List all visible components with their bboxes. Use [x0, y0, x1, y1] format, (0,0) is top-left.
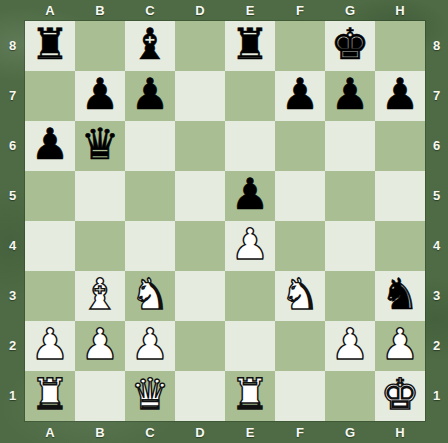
square-e2[interactable]: [225, 321, 275, 371]
square-d1[interactable]: [175, 371, 225, 421]
file-label-top-b: B: [75, 2, 125, 20]
rank-label-left-7: 7: [0, 71, 25, 121]
piece-white-pawn[interactable]: ♟: [81, 319, 120, 369]
piece-black-pawn[interactable]: ♟: [281, 69, 320, 119]
rank-label-left-2: 2: [0, 321, 25, 371]
rank-label-left-1: 1: [0, 371, 25, 421]
piece-white-pawn[interactable]: ♟: [331, 319, 370, 369]
piece-white-knight[interactable]: ♞: [281, 269, 320, 319]
square-a5[interactable]: [25, 171, 75, 221]
square-a4[interactable]: [25, 221, 75, 271]
square-d6[interactable]: [175, 121, 225, 171]
square-e8[interactable]: ♜: [225, 21, 275, 71]
piece-black-pawn[interactable]: ♟: [231, 169, 270, 219]
square-h2[interactable]: ♟: [375, 321, 425, 371]
file-label-top-f: F: [275, 2, 325, 20]
piece-black-pawn[interactable]: ♟: [331, 69, 370, 119]
piece-white-rook[interactable]: ♜: [231, 369, 270, 419]
file-label-top-h: H: [375, 2, 425, 20]
file-label-top-e: E: [225, 2, 275, 20]
piece-white-queen[interactable]: ♛: [131, 369, 170, 419]
file-label-bottom-e: E: [225, 424, 275, 442]
rank-label-left-4: 4: [0, 221, 25, 271]
square-c8[interactable]: ♝: [125, 21, 175, 71]
square-g6[interactable]: [325, 121, 375, 171]
file-label-bottom-a: A: [25, 424, 75, 442]
piece-black-bishop[interactable]: ♝: [131, 19, 170, 69]
piece-black-queen[interactable]: ♛: [81, 119, 120, 169]
piece-white-rook[interactable]: ♜: [31, 369, 70, 419]
piece-white-king[interactable]: ♚: [381, 369, 420, 419]
square-d5[interactable]: [175, 171, 225, 221]
square-f7[interactable]: ♟: [275, 71, 325, 121]
rank-label-left-5: 5: [0, 171, 25, 221]
rank-label-right-7: 7: [425, 71, 448, 121]
piece-white-pawn[interactable]: ♟: [31, 319, 70, 369]
square-f1[interactable]: [275, 371, 325, 421]
square-b3[interactable]: ♝: [75, 271, 125, 321]
rank-label-left-3: 3: [0, 271, 25, 321]
square-a3[interactable]: [25, 271, 75, 321]
square-a7[interactable]: [25, 71, 75, 121]
square-b8[interactable]: [75, 21, 125, 71]
board-frame: ♜♝♜♚♟♟♟♟♟♟♛♟♟♝♞♞♞♟♟♟♟♟♜♛♜♚ AABBCCDDEEFFG…: [0, 0, 448, 443]
chess-board: ♜♝♜♚♟♟♟♟♟♟♛♟♟♝♞♞♞♟♟♟♟♟♜♛♜♚: [25, 21, 425, 421]
file-label-bottom-g: G: [325, 424, 375, 442]
square-e5[interactable]: ♟: [225, 171, 275, 221]
square-h5[interactable]: [375, 171, 425, 221]
square-g3[interactable]: [325, 271, 375, 321]
square-g4[interactable]: [325, 221, 375, 271]
piece-white-bishop[interactable]: ♝: [81, 269, 120, 319]
square-d4[interactable]: [175, 221, 225, 271]
square-e6[interactable]: [225, 121, 275, 171]
square-h3[interactable]: ♞: [375, 271, 425, 321]
piece-black-pawn[interactable]: ♟: [381, 69, 420, 119]
square-d2[interactable]: [175, 321, 225, 371]
square-h8[interactable]: [375, 21, 425, 71]
file-label-top-d: D: [175, 2, 225, 20]
rank-label-right-8: 8: [425, 21, 448, 71]
square-b1[interactable]: [75, 371, 125, 421]
square-c3[interactable]: ♞: [125, 271, 175, 321]
square-c2[interactable]: ♟: [125, 321, 175, 371]
square-d8[interactable]: [175, 21, 225, 71]
square-g1[interactable]: [325, 371, 375, 421]
rank-label-left-8: 8: [0, 21, 25, 71]
rank-label-right-1: 1: [425, 371, 448, 421]
square-h7[interactable]: ♟: [375, 71, 425, 121]
square-e4[interactable]: ♟: [225, 221, 275, 271]
file-label-bottom-b: B: [75, 424, 125, 442]
rank-label-right-2: 2: [425, 321, 448, 371]
square-c1[interactable]: ♛: [125, 371, 175, 421]
rank-label-right-3: 3: [425, 271, 448, 321]
square-f4[interactable]: [275, 221, 325, 271]
square-e1[interactable]: ♜: [225, 371, 275, 421]
square-c5[interactable]: [125, 171, 175, 221]
square-c7[interactable]: ♟: [125, 71, 175, 121]
square-a2[interactable]: ♟: [25, 321, 75, 371]
square-c4[interactable]: [125, 221, 175, 271]
piece-white-knight[interactable]: ♞: [131, 269, 170, 319]
file-label-top-c: C: [125, 2, 175, 20]
square-f3[interactable]: ♞: [275, 271, 325, 321]
piece-black-rook[interactable]: ♜: [31, 19, 70, 69]
piece-white-pawn[interactable]: ♟: [231, 219, 270, 269]
piece-black-rook[interactable]: ♜: [231, 19, 270, 69]
file-label-top-a: A: [25, 2, 75, 20]
square-g2[interactable]: ♟: [325, 321, 375, 371]
square-g5[interactable]: [325, 171, 375, 221]
square-f2[interactable]: [275, 321, 325, 371]
square-g8[interactable]: ♚: [325, 21, 375, 71]
piece-black-pawn[interactable]: ♟: [81, 69, 120, 119]
rank-label-right-6: 6: [425, 121, 448, 171]
square-b6[interactable]: ♛: [75, 121, 125, 171]
square-h4[interactable]: [375, 221, 425, 271]
square-e3[interactable]: [225, 271, 275, 321]
square-a6[interactable]: ♟: [25, 121, 75, 171]
file-label-bottom-f: F: [275, 424, 325, 442]
square-h6[interactable]: [375, 121, 425, 171]
square-e7[interactable]: [225, 71, 275, 121]
square-b2[interactable]: ♟: [75, 321, 125, 371]
square-b5[interactable]: [75, 171, 125, 221]
piece-black-pawn[interactable]: ♟: [131, 69, 170, 119]
rank-label-right-4: 4: [425, 221, 448, 271]
square-c6[interactable]: [125, 121, 175, 171]
square-b7[interactable]: ♟: [75, 71, 125, 121]
file-label-bottom-d: D: [175, 424, 225, 442]
file-label-top-g: G: [325, 2, 375, 20]
square-f6[interactable]: [275, 121, 325, 171]
square-g7[interactable]: ♟: [325, 71, 375, 121]
square-f8[interactable]: [275, 21, 325, 71]
piece-black-knight[interactable]: ♞: [381, 269, 420, 319]
piece-white-pawn[interactable]: ♟: [131, 319, 170, 369]
square-h1[interactable]: ♚: [375, 371, 425, 421]
square-a8[interactable]: ♜: [25, 21, 75, 71]
rank-label-left-6: 6: [0, 121, 25, 171]
square-d3[interactable]: [175, 271, 225, 321]
square-a1[interactable]: ♜: [25, 371, 75, 421]
square-f5[interactable]: [275, 171, 325, 221]
file-label-bottom-h: H: [375, 424, 425, 442]
file-label-bottom-c: C: [125, 424, 175, 442]
piece-black-king[interactable]: ♚: [331, 19, 370, 69]
square-b4[interactable]: [75, 221, 125, 271]
rank-label-right-5: 5: [425, 171, 448, 221]
piece-white-pawn[interactable]: ♟: [381, 319, 420, 369]
piece-black-pawn[interactable]: ♟: [31, 119, 70, 169]
square-d7[interactable]: [175, 71, 225, 121]
